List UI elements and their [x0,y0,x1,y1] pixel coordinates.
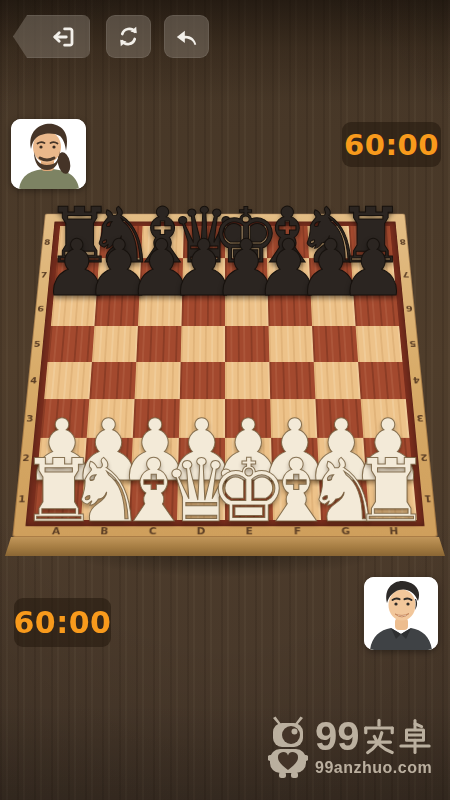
hanzi-zhuo-icon [398,718,432,755]
young-man-avatar-image [364,577,438,650]
piece-white-rook-h1[interactable]: ♜ [352,448,430,535]
pieces-layer: ♜♞♝♛♚♝♞♜♟♟♟♟♟♟♟♟♟♟♟♟♟♟♟♟♜♞♝♛♚♝♞♜ [0,0,450,800]
player-clock: 60:00 [14,598,111,647]
piece-black-pawn-h7[interactable]: ♟ [338,230,408,308]
watermark: 99 99anzhuo.com [268,716,434,778]
watermark-text: 99 99anzhuo.com [315,716,434,777]
watermark-brand-99: 99 [315,716,360,756]
player-avatar [364,577,438,650]
chess-app-screen: { "game": "chess", "position": { "fen": … [0,0,450,800]
chess-board-scene: 1122334455667788ABCDEFGH ♜♞♝♛♚♝♞♜♟♟♟♟♟♟♟… [0,0,450,800]
watermark-brand: 99 [315,716,434,756]
watermark-url: 99anzhuo.com [315,759,434,777]
robot-mascot-icon [268,716,308,778]
hanzi-an-icon [362,718,396,755]
